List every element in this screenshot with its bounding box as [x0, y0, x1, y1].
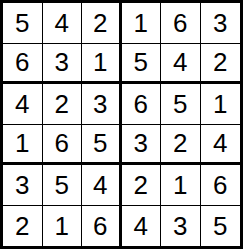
cell-r6c3[interactable]: 6 — [82, 206, 122, 247]
cell-r5c4[interactable]: 2 — [122, 165, 162, 206]
cell-r5c2[interactable]: 5 — [43, 165, 83, 206]
cell-r6c6[interactable]: 5 — [201, 206, 241, 247]
cell-r5c6[interactable]: 6 — [201, 165, 241, 206]
cell-r2c4[interactable]: 5 — [122, 44, 162, 85]
cell-r2c6[interactable]: 2 — [201, 44, 241, 85]
cell-r5c3[interactable]: 4 — [82, 165, 122, 206]
cell-r2c3[interactable]: 1 — [82, 44, 122, 85]
sudoku-board: 5 4 2 1 6 3 6 3 1 5 4 2 4 2 3 6 5 1 1 6 … — [0, 0, 243, 249]
cell-r3c2[interactable]: 2 — [43, 84, 83, 125]
cell-r6c5[interactable]: 3 — [161, 206, 201, 247]
cell-r1c1[interactable]: 5 — [3, 3, 43, 44]
cell-r4c5[interactable]: 2 — [161, 125, 201, 166]
cell-r3c3[interactable]: 3 — [82, 84, 122, 125]
cell-r2c1[interactable]: 6 — [3, 44, 43, 85]
cell-r1c4[interactable]: 1 — [122, 3, 162, 44]
cell-r4c1[interactable]: 1 — [3, 125, 43, 166]
cell-r6c2[interactable]: 1 — [43, 206, 83, 247]
cell-r6c4[interactable]: 4 — [122, 206, 162, 247]
cell-r2c2[interactable]: 3 — [43, 44, 83, 85]
cell-r1c6[interactable]: 3 — [201, 3, 241, 44]
cell-r1c5[interactable]: 6 — [161, 3, 201, 44]
cell-r5c5[interactable]: 1 — [161, 165, 201, 206]
cell-r3c1[interactable]: 4 — [3, 84, 43, 125]
cell-r4c3[interactable]: 5 — [82, 125, 122, 166]
cell-r3c4[interactable]: 6 — [122, 84, 162, 125]
cell-r5c1[interactable]: 3 — [3, 165, 43, 206]
cell-r1c3[interactable]: 2 — [82, 3, 122, 44]
cell-r2c5[interactable]: 4 — [161, 44, 201, 85]
cell-r3c5[interactable]: 5 — [161, 84, 201, 125]
cell-r3c6[interactable]: 1 — [201, 84, 241, 125]
cell-r4c6[interactable]: 4 — [201, 125, 241, 166]
cell-r4c4[interactable]: 3 — [122, 125, 162, 166]
cell-r1c2[interactable]: 4 — [43, 3, 83, 44]
cell-r6c1[interactable]: 2 — [3, 206, 43, 247]
cell-r4c2[interactable]: 6 — [43, 125, 83, 166]
